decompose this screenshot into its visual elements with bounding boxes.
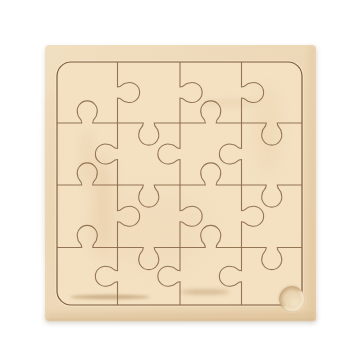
puzzle-piece-r1c2[interactable] xyxy=(118,62,181,123)
puzzle-piece-r1c4[interactable] xyxy=(242,62,303,123)
puzzle-piece-r3c3[interactable] xyxy=(180,185,242,248)
puzzle-piece-r4c1[interactable] xyxy=(57,248,118,306)
puzzle-piece-r3c2[interactable] xyxy=(118,185,181,248)
puzzle-piece-r2c2[interactable] xyxy=(118,123,181,185)
puzzle-piece-r1c3[interactable] xyxy=(180,62,242,123)
puzzle-piece-r3c1[interactable] xyxy=(57,185,118,248)
puzzle-piece-r4c2[interactable] xyxy=(118,248,181,306)
puzzle-piece-r2c1[interactable] xyxy=(57,123,118,185)
puzzle-piece-r4c4[interactable] xyxy=(242,248,303,306)
puzzle-pieces-layer xyxy=(0,0,360,360)
product-photo-canvas xyxy=(0,0,360,360)
puzzle-piece-r4c3[interactable] xyxy=(180,248,242,306)
puzzle-piece-r2c3[interactable] xyxy=(180,123,242,185)
puzzle-piece-r1c1[interactable] xyxy=(57,62,118,123)
puzzle-piece-r2c4[interactable] xyxy=(242,123,303,185)
puzzle-piece-r3c4[interactable] xyxy=(242,185,303,248)
